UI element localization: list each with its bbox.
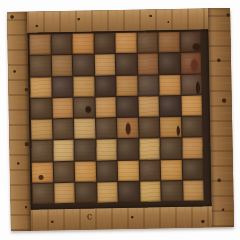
square-c8-light-empty — [72, 33, 93, 54]
square-d1-light-empty — [97, 182, 118, 203]
frame-rail-bottom — [31, 206, 212, 230]
square-c6-light-empty — [73, 76, 94, 97]
wood-knot — [38, 174, 44, 180]
square-d3-light-empty — [96, 139, 117, 160]
square-f4-dark-empty — [138, 117, 159, 138]
square-g7-dark-empty — [159, 53, 180, 74]
square-g4-light-empty — [160, 117, 181, 138]
wood-knot — [190, 58, 199, 74]
square-e4-light-empty — [117, 118, 138, 139]
square-h7-light-empty — [180, 53, 201, 74]
square-f3-light-empty — [139, 139, 160, 160]
square-e6-light-empty — [116, 75, 137, 96]
square-f1-light-empty — [140, 181, 161, 202]
square-b7-light-empty — [51, 55, 72, 76]
square-c1-dark-empty — [75, 182, 96, 203]
wood-knot — [125, 122, 131, 136]
square-a6-light-empty — [30, 77, 51, 98]
square-h8-dark-empty — [180, 32, 201, 53]
wood-knot — [195, 80, 200, 95]
square-a5-dark-empty — [31, 98, 52, 119]
square-d4-dark-empty — [95, 118, 116, 139]
square-c5-dark-empty — [74, 97, 95, 118]
frame-stain-mark: c — [86, 211, 92, 221]
square-d8-dark-empty — [94, 33, 115, 54]
frame-rail-right — [208, 8, 234, 227]
square-f8-dark-empty — [137, 32, 158, 53]
square-f7-light-empty — [137, 54, 158, 75]
square-b8-dark-empty — [51, 34, 72, 55]
square-b3-light-empty — [53, 140, 74, 161]
square-g5-dark-empty — [160, 96, 181, 117]
wood-knot — [177, 125, 181, 137]
square-h1-light-empty — [183, 180, 204, 201]
square-e5-dark-empty — [117, 96, 138, 117]
square-b2-dark-empty — [53, 161, 74, 182]
square-g8-light-empty — [158, 32, 179, 53]
square-d5-light-empty — [95, 97, 116, 118]
square-f6-dark-empty — [138, 75, 159, 96]
square-a3-dark-empty — [31, 141, 52, 162]
square-e7-dark-empty — [116, 54, 137, 75]
square-a2-light-empty — [32, 162, 53, 183]
square-d7-light-empty — [94, 54, 115, 75]
checkerboard: c — [7, 8, 234, 231]
square-b4-dark-empty — [52, 119, 73, 140]
square-e1-dark-empty — [118, 181, 139, 202]
square-g2-light-empty — [161, 159, 182, 180]
square-e3-dark-empty — [117, 139, 138, 160]
product-photo: c — [0, 0, 240, 240]
square-h5-light-empty — [181, 95, 202, 116]
square-e8-light-empty — [115, 33, 136, 54]
square-a1-dark-empty — [32, 183, 53, 204]
square-g6-light-empty — [159, 74, 180, 95]
square-h6-dark-empty — [181, 74, 202, 95]
square-c4-light-empty — [74, 118, 95, 139]
wood-knot — [85, 105, 92, 113]
board-recess — [27, 29, 211, 209]
square-a4-light-empty — [31, 119, 52, 140]
square-f2-dark-empty — [139, 160, 160, 181]
square-h4-dark-empty — [181, 117, 202, 138]
square-g1-dark-empty — [161, 181, 182, 202]
square-h3-light-empty — [182, 138, 203, 159]
square-a8-light-empty — [29, 34, 50, 55]
square-c7-dark-empty — [73, 55, 94, 76]
square-h2-dark-empty — [182, 159, 203, 180]
square-c3-dark-empty — [74, 140, 95, 161]
square-g3-dark-empty — [160, 138, 181, 159]
wood-knot — [191, 43, 201, 52]
square-b5-light-empty — [52, 98, 73, 119]
square-d2-dark-empty — [96, 161, 117, 182]
square-b1-light-empty — [54, 183, 75, 204]
square-b6-dark-empty — [52, 76, 73, 97]
square-a7-dark-empty — [30, 56, 51, 77]
square-c2-light-empty — [75, 161, 96, 182]
square-f5-light-empty — [138, 96, 159, 117]
playing-field-grid — [29, 32, 203, 204]
square-d6-dark-empty — [95, 76, 116, 97]
square-e2-light-empty — [118, 160, 139, 181]
